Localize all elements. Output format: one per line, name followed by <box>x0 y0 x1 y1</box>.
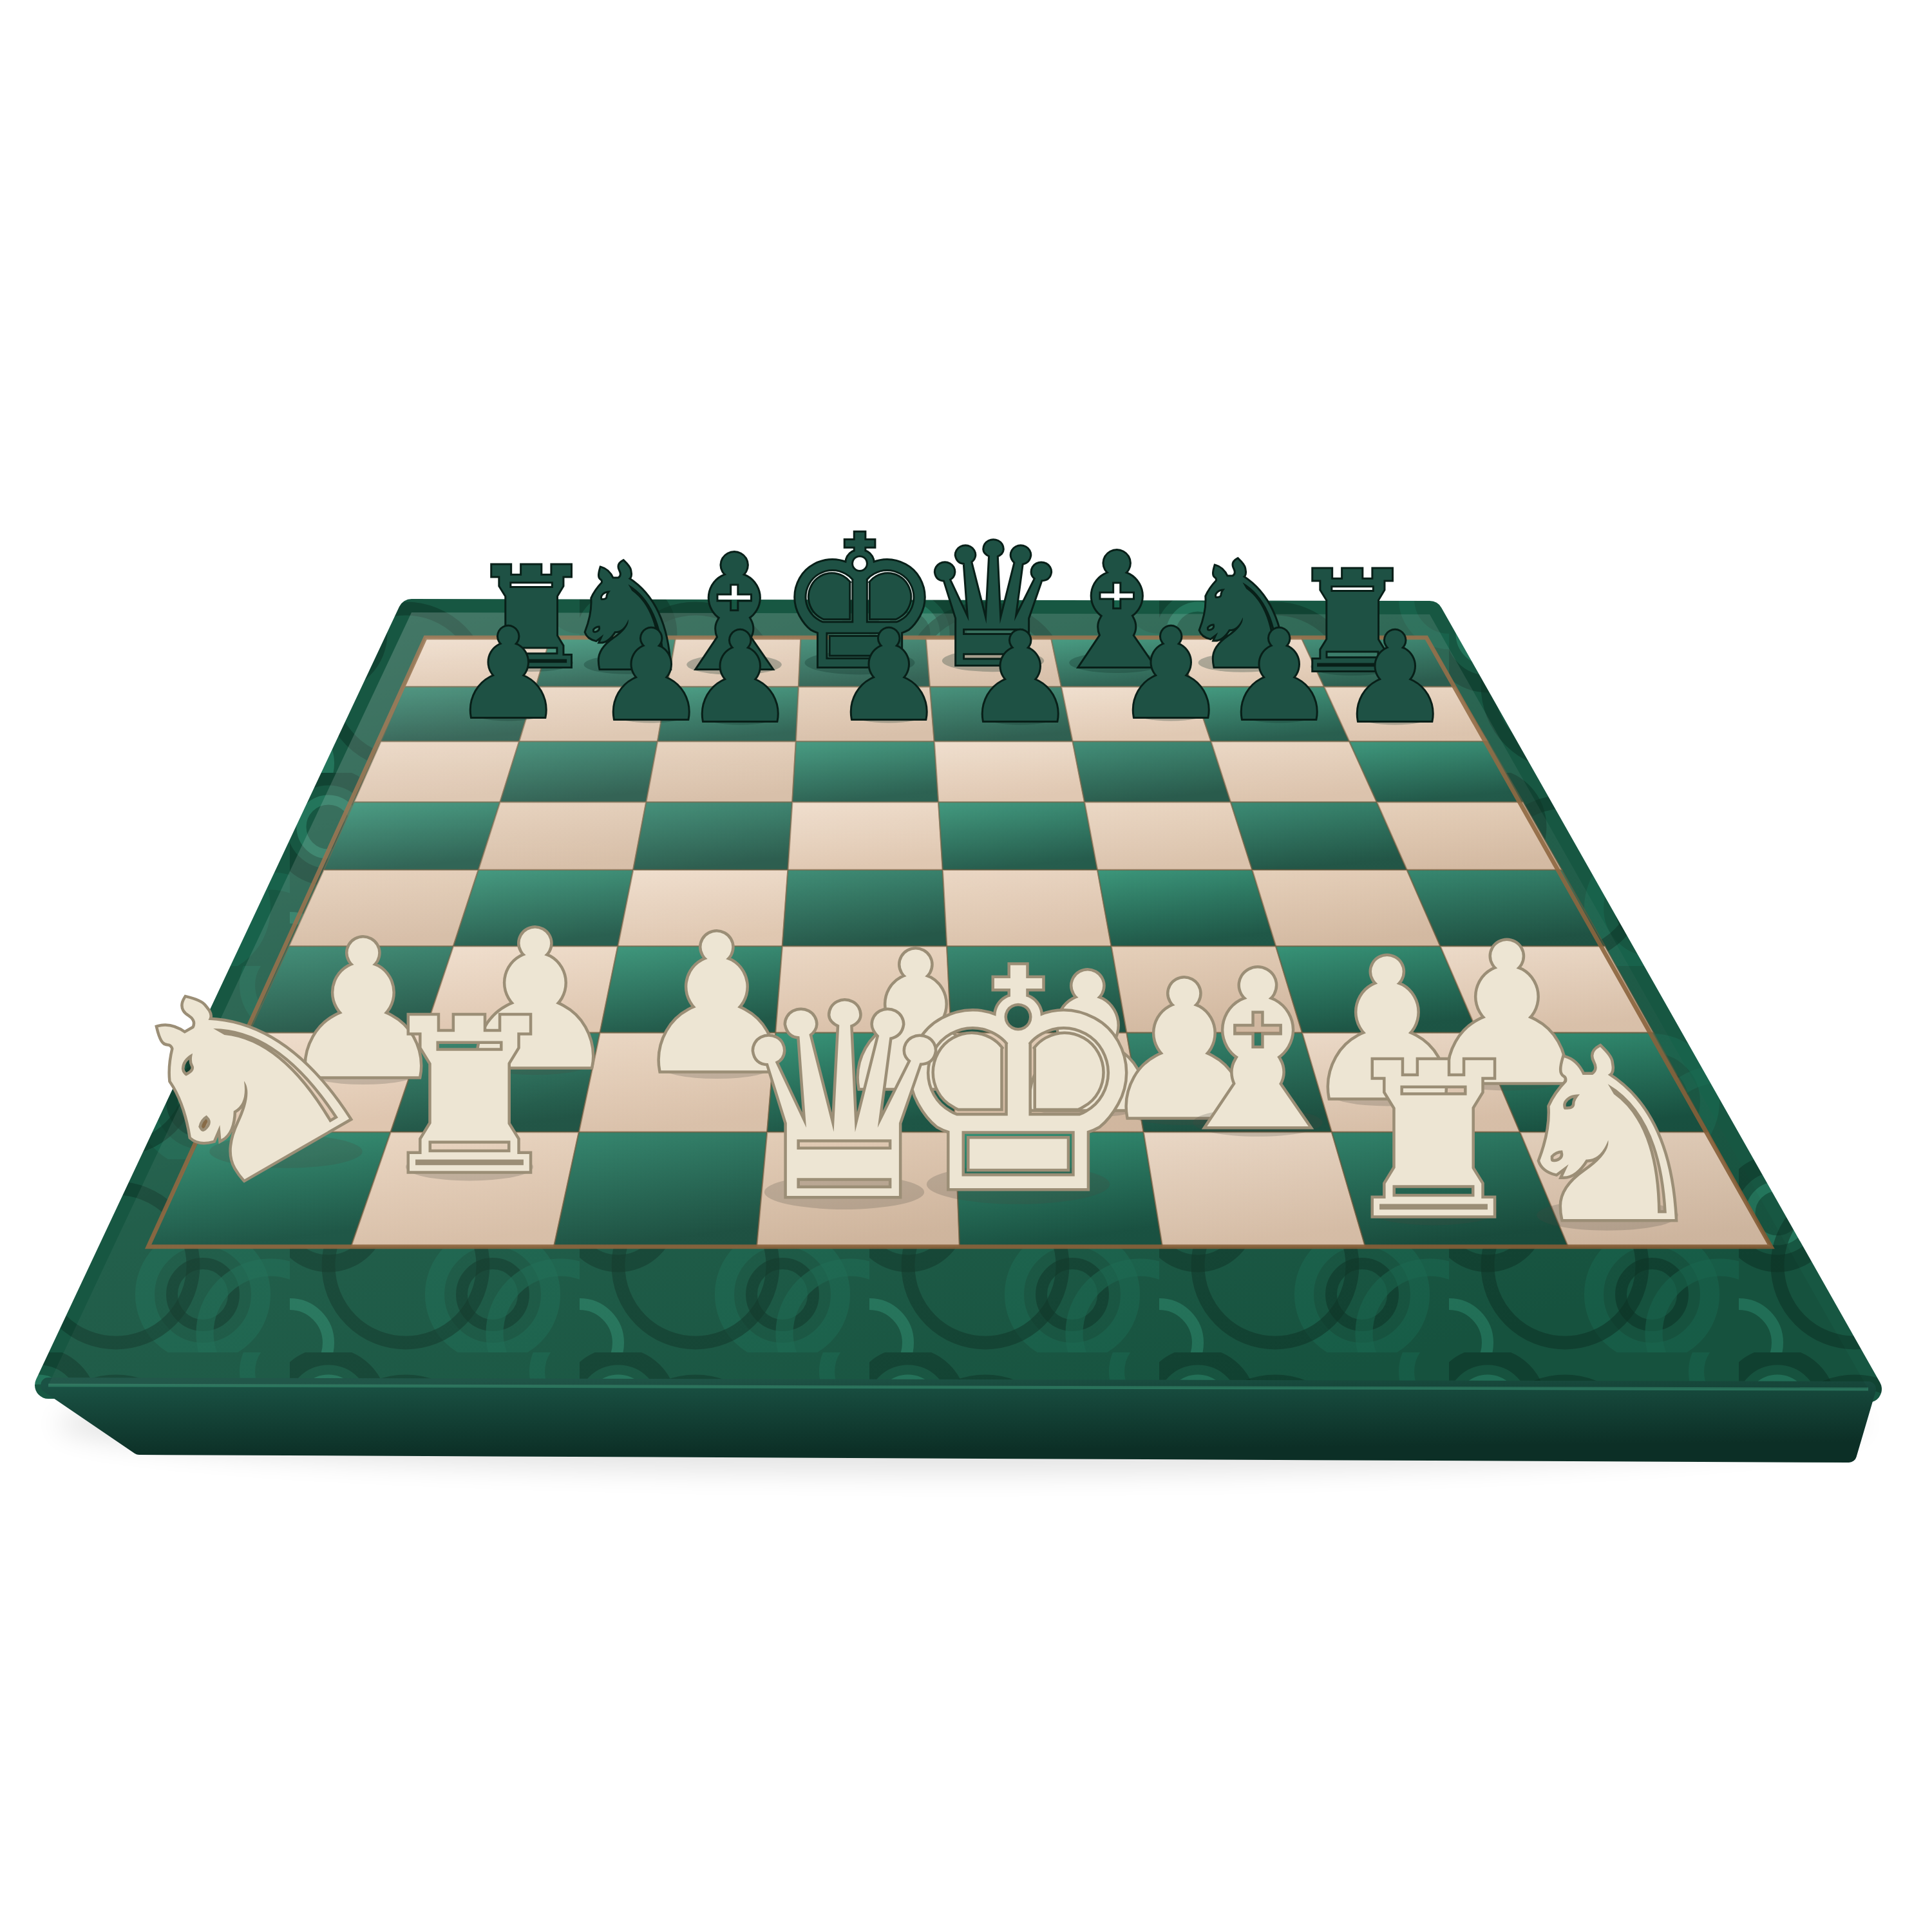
piece-white-q-d1: ♛ <box>724 949 963 1259</box>
piece-green-p-e7: ♟ <box>965 606 1075 750</box>
piece-green-p-c7: ♟ <box>685 606 795 750</box>
piece-white-b-f2: ♝ <box>1160 925 1354 1177</box>
piece-green-p-a7: ♟ <box>453 602 563 746</box>
piece-green-p-d7: ♟ <box>833 604 944 748</box>
malachite-chessboard: ♛♜♚♝♞♞♝♜♟♟♟♟♟♟♟♟♟♟♟♟♟♟♟♟♝♞♜♚♛♜♞ <box>0 0 1932 1932</box>
piece-white-r-b1: ♜ <box>374 974 565 1221</box>
piece-green-p-f7: ♟ <box>1115 602 1226 746</box>
piece-green-p-h7: ♟ <box>1340 606 1450 750</box>
piece-white-n-h1: ♞ <box>1502 1000 1713 1274</box>
chess-photo-scene: Malachite and cream marble chess board p… <box>0 0 1932 1932</box>
piece-white-r-g1: ♜ <box>1338 1018 1529 1265</box>
board-front-edge <box>48 1385 1868 1455</box>
piece-green-p-g7: ♟ <box>1224 604 1334 748</box>
